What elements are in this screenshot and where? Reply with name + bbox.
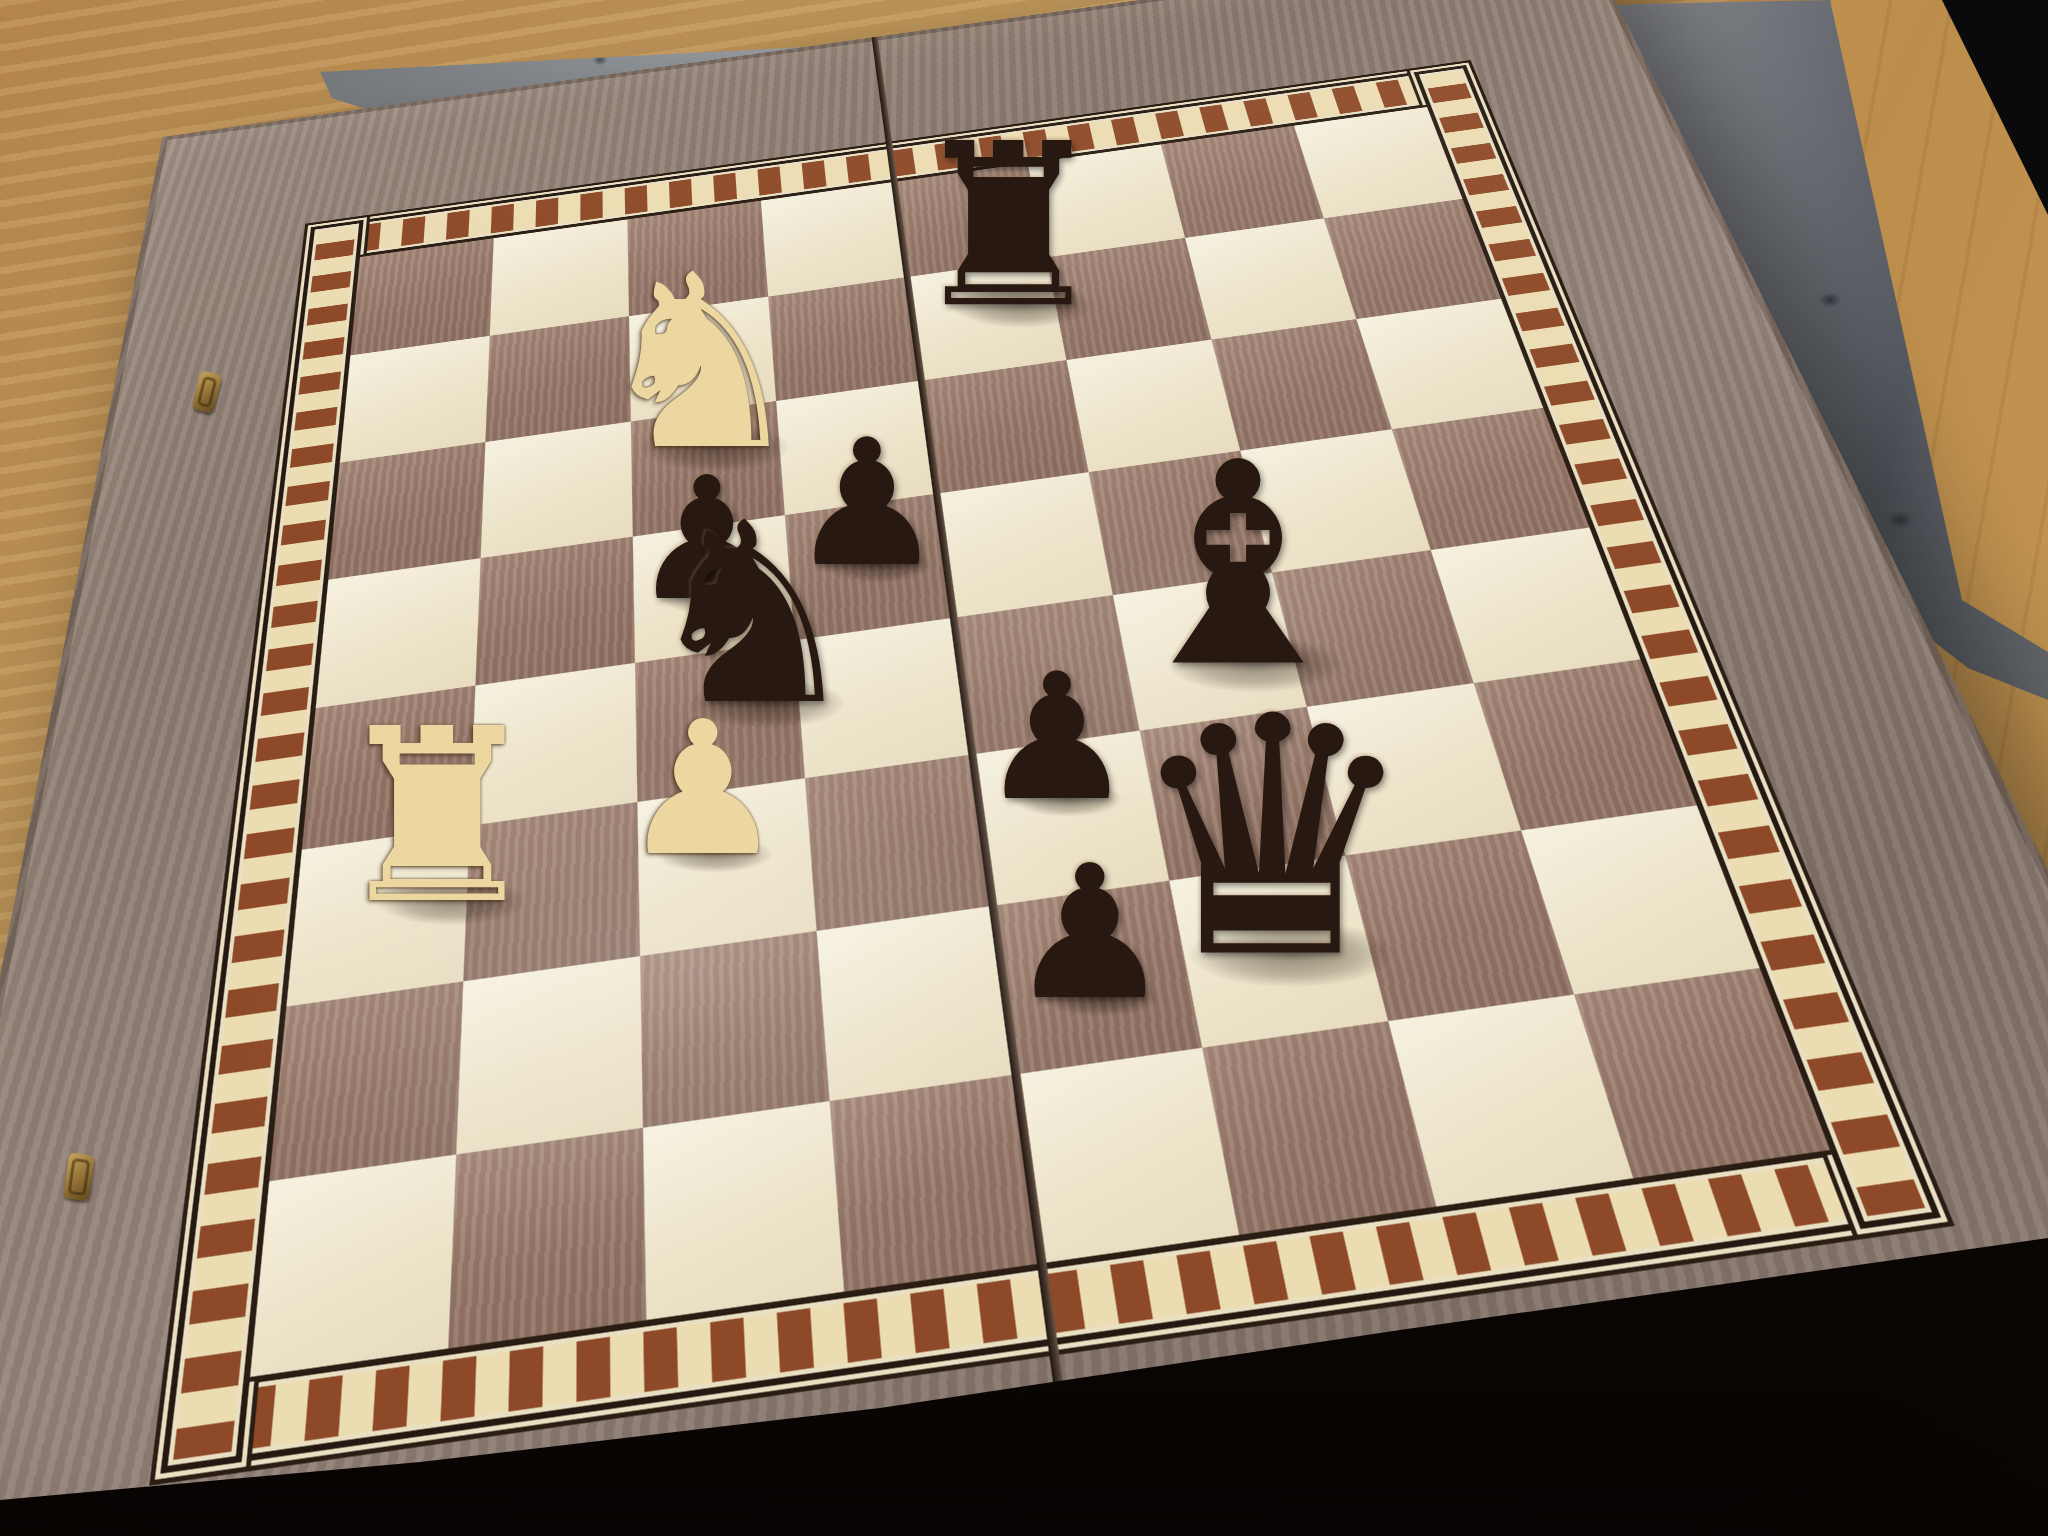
- chess-photo-scene: ♜♞♟♟♝♞♟♟♜♛♟: [0, 0, 2048, 1536]
- piece-white-rook-f1[interactable]: ♜: [329, 697, 544, 937]
- piece-black-pawn-g5[interactable]: ♟: [1007, 841, 1173, 1026]
- pieces-layer: ♜♞♟♟♝♞♟♟♜♛♟: [0, 0, 2048, 1536]
- piece-white-pawn-f3[interactable]: ♟: [620, 697, 786, 882]
- piece-black-pawn-f5[interactable]: ♟: [979, 650, 1136, 825]
- piece-black-rook-b5[interactable]: ♜: [907, 114, 1109, 339]
